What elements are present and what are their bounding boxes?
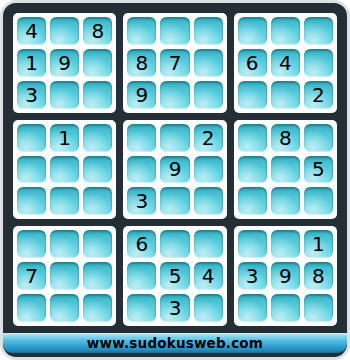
cell-r7c2[interactable] [50, 230, 79, 258]
cell-r5c5[interactable]: 9 [160, 156, 189, 184]
cell-r5c1[interactable] [17, 156, 46, 184]
box-3-1: 7 [13, 226, 116, 326]
cell-r2c5[interactable]: 7 [160, 49, 189, 77]
box-1-2: 879 [123, 13, 226, 113]
cell-r6c8[interactable] [271, 187, 300, 215]
cell-r1c8[interactable] [271, 17, 300, 45]
box-3-2: 6543 [123, 226, 226, 326]
cell-r7c1[interactable] [17, 230, 46, 258]
cell-r5c7[interactable] [238, 156, 267, 184]
cell-r8c8[interactable]: 9 [271, 262, 300, 290]
cell-r6c3[interactable] [83, 187, 112, 215]
cell-r1c2[interactable] [50, 17, 79, 45]
footer-band: www.sudokusweb.com [3, 333, 347, 353]
cell-r1c5[interactable] [160, 17, 189, 45]
cell-r1c4[interactable] [127, 17, 156, 45]
cell-r4c2[interactable]: 1 [50, 124, 79, 152]
cell-r8c5[interactable]: 5 [160, 262, 189, 290]
cell-r6c9[interactable] [304, 187, 333, 215]
cell-r8c4[interactable] [127, 262, 156, 290]
cell-r7c6[interactable] [194, 230, 223, 258]
cell-r6c1[interactable] [17, 187, 46, 215]
cell-r8c1[interactable]: 7 [17, 262, 46, 290]
sudoku-board: 48193879642129385765431398 [3, 3, 347, 333]
box-2-3: 85 [234, 120, 337, 220]
cell-r4c9[interactable] [304, 124, 333, 152]
cell-r9c1[interactable] [17, 294, 46, 322]
cell-r5c2[interactable] [50, 156, 79, 184]
cell-r8c9[interactable]: 8 [304, 262, 333, 290]
website-link[interactable]: www.sudokusweb.com [87, 335, 263, 351]
cell-r2c8[interactable]: 4 [271, 49, 300, 77]
cell-r2c6[interactable] [194, 49, 223, 77]
cell-r6c2[interactable] [50, 187, 79, 215]
cell-r7c8[interactable] [271, 230, 300, 258]
cell-r7c9[interactable]: 1 [304, 230, 333, 258]
cell-r2c9[interactable] [304, 49, 333, 77]
cell-r9c8[interactable] [271, 294, 300, 322]
cell-r5c3[interactable] [83, 156, 112, 184]
cell-r2c4[interactable]: 8 [127, 49, 156, 77]
cell-r3c1[interactable]: 3 [17, 81, 46, 109]
cell-r8c2[interactable] [50, 262, 79, 290]
cell-r4c7[interactable] [238, 124, 267, 152]
cell-r5c6[interactable] [194, 156, 223, 184]
cell-r3c6[interactable] [194, 81, 223, 109]
cell-r7c7[interactable] [238, 230, 267, 258]
cell-r4c3[interactable] [83, 124, 112, 152]
box-2-1: 1 [13, 120, 116, 220]
cell-r9c2[interactable] [50, 294, 79, 322]
cell-r5c9[interactable]: 5 [304, 156, 333, 184]
cell-r7c4[interactable]: 6 [127, 230, 156, 258]
sudoku-plaque: 48193879642129385765431398 www.sudokuswe… [0, 0, 350, 360]
cell-r3c4[interactable]: 9 [127, 81, 156, 109]
cell-r7c3[interactable] [83, 230, 112, 258]
sudoku-screenshot: 48193879642129385765431398 www.sudokuswe… [0, 0, 350, 360]
cell-r5c4[interactable] [127, 156, 156, 184]
cell-r9c3[interactable] [83, 294, 112, 322]
cell-r3c5[interactable] [160, 81, 189, 109]
cell-r1c3[interactable]: 8 [83, 17, 112, 45]
cell-r1c9[interactable] [304, 17, 333, 45]
cell-r9c9[interactable] [304, 294, 333, 322]
cell-r5c8[interactable] [271, 156, 300, 184]
cell-r1c7[interactable] [238, 17, 267, 45]
cell-r9c5[interactable]: 3 [160, 294, 189, 322]
cell-r3c7[interactable] [238, 81, 267, 109]
cell-r3c2[interactable] [50, 81, 79, 109]
cell-r2c7[interactable]: 6 [238, 49, 267, 77]
cell-r3c3[interactable] [83, 81, 112, 109]
cell-r4c1[interactable] [17, 124, 46, 152]
cell-r1c1[interactable]: 4 [17, 17, 46, 45]
cell-r1c6[interactable] [194, 17, 223, 45]
cell-r4c4[interactable] [127, 124, 156, 152]
cell-r3c8[interactable] [271, 81, 300, 109]
cell-r2c1[interactable]: 1 [17, 49, 46, 77]
box-2-2: 293 [123, 120, 226, 220]
cell-r2c3[interactable] [83, 49, 112, 77]
cell-r7c5[interactable] [160, 230, 189, 258]
cell-r9c6[interactable] [194, 294, 223, 322]
box-1-3: 642 [234, 13, 337, 113]
cell-r6c6[interactable] [194, 187, 223, 215]
box-1-1: 48193 [13, 13, 116, 113]
cell-r4c5[interactable] [160, 124, 189, 152]
box-3-3: 1398 [234, 226, 337, 326]
cell-r2c2[interactable]: 9 [50, 49, 79, 77]
cell-r9c4[interactable] [127, 294, 156, 322]
cell-r8c3[interactable] [83, 262, 112, 290]
cell-r6c4[interactable]: 3 [127, 187, 156, 215]
cell-r3c9[interactable]: 2 [304, 81, 333, 109]
cell-r4c6[interactable]: 2 [194, 124, 223, 152]
cell-r6c7[interactable] [238, 187, 267, 215]
cell-r8c6[interactable]: 4 [194, 262, 223, 290]
cell-r4c8[interactable]: 8 [271, 124, 300, 152]
cell-r9c7[interactable] [238, 294, 267, 322]
cell-r8c7[interactable]: 3 [238, 262, 267, 290]
cell-r6c5[interactable] [160, 187, 189, 215]
